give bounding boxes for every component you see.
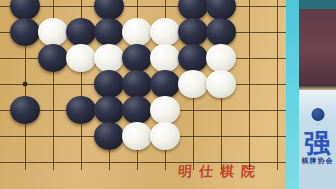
white-stone xyxy=(66,44,96,72)
board-brand-text: 明仕棋院 xyxy=(149,163,290,181)
black-stone xyxy=(10,18,40,46)
black-stone xyxy=(94,18,124,46)
black-stone xyxy=(178,44,208,72)
white-stone xyxy=(94,44,124,72)
grid-line-vertical xyxy=(249,0,250,170)
black-stone xyxy=(66,96,96,124)
black-stone xyxy=(206,18,236,46)
white-stone xyxy=(122,18,152,46)
signage-content: ··· 强 棋牌协会 xyxy=(299,0,336,189)
black-stone xyxy=(150,70,180,98)
star-point xyxy=(23,82,28,87)
black-stone xyxy=(206,0,236,20)
black-stone xyxy=(178,0,208,20)
white-stone xyxy=(150,18,180,46)
signage-top-strip xyxy=(299,0,336,9)
black-stone xyxy=(122,44,152,72)
black-stone xyxy=(178,18,208,46)
white-stone xyxy=(206,70,236,98)
black-stone xyxy=(94,96,124,124)
video-frame: 明仕棋院 ··· 强 棋牌协会 xyxy=(0,0,336,189)
white-stone xyxy=(206,44,236,72)
black-stone xyxy=(122,70,152,98)
black-stone xyxy=(122,96,152,124)
blue-sign: ··· 强 棋牌协会 xyxy=(299,90,336,189)
right-signage-panel: ··· 强 棋牌协会 xyxy=(286,0,336,189)
white-stone xyxy=(38,18,68,46)
sign-small-text: 棋牌协会 xyxy=(299,156,336,166)
black-stone xyxy=(94,70,124,98)
white-stone xyxy=(150,44,180,72)
white-stone xyxy=(122,122,152,150)
grid-line-vertical xyxy=(277,0,278,170)
black-stone xyxy=(38,44,68,72)
white-stone xyxy=(178,70,208,98)
black-stone xyxy=(10,0,40,20)
black-stone xyxy=(10,96,40,124)
black-stone xyxy=(66,18,96,46)
cyan-frame-strip xyxy=(286,0,299,189)
black-stone xyxy=(94,0,124,20)
black-stone xyxy=(94,122,124,150)
grid-line-horizontal xyxy=(0,6,290,7)
association-logo-icon xyxy=(311,108,324,121)
white-stone xyxy=(150,122,180,150)
maroon-cabinet-block xyxy=(299,9,336,85)
grid-line-horizontal xyxy=(0,162,290,163)
white-stone xyxy=(150,96,180,124)
